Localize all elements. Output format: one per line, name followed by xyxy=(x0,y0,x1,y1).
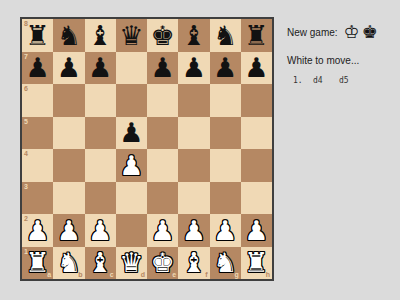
square-b1[interactable]: b♞ xyxy=(53,247,84,280)
square-h8[interactable]: ♜ xyxy=(241,19,272,52)
square-d5[interactable]: ♟ xyxy=(116,117,147,150)
square-f6[interactable] xyxy=(178,84,209,117)
square-a5[interactable]: 5 xyxy=(22,117,53,150)
piece-white-pawn[interactable]: ♟ xyxy=(119,152,143,179)
square-h2[interactable]: ♟ xyxy=(241,214,272,247)
square-a6[interactable]: 6 xyxy=(22,84,53,117)
piece-black-pawn[interactable]: ♟ xyxy=(213,54,237,81)
square-e2[interactable]: ♟ xyxy=(147,214,178,247)
square-e3[interactable] xyxy=(147,182,178,215)
file-label-f: f xyxy=(205,271,207,278)
square-c7[interactable]: ♟ xyxy=(85,52,116,85)
rank-label-1: 1 xyxy=(24,248,28,255)
square-f4[interactable] xyxy=(178,149,209,182)
piece-black-rook[interactable]: ♜ xyxy=(26,22,50,49)
rank-label-8: 8 xyxy=(24,20,28,27)
king-icons: ♔♚ xyxy=(344,23,380,41)
square-e6[interactable] xyxy=(147,84,178,117)
piece-white-pawn[interactable]: ♟ xyxy=(26,217,50,244)
piece-white-pawn[interactable]: ♟ xyxy=(244,217,268,244)
square-a1[interactable]: 1a♜ xyxy=(22,247,53,280)
status-text: White to move... xyxy=(287,55,380,66)
piece-black-queen[interactable]: ♛ xyxy=(119,22,143,49)
piece-black-knight[interactable]: ♞ xyxy=(57,22,81,49)
piece-white-pawn[interactable]: ♟ xyxy=(57,217,81,244)
file-label-d: d xyxy=(141,271,145,278)
square-d1[interactable]: d♛ xyxy=(116,247,147,280)
square-d2[interactable] xyxy=(116,214,147,247)
square-a7[interactable]: 7♟ xyxy=(22,52,53,85)
file-label-a: a xyxy=(47,271,51,278)
piece-white-pawn[interactable]: ♟ xyxy=(213,217,237,244)
square-g7[interactable]: ♟ xyxy=(210,52,241,85)
square-g2[interactable]: ♟ xyxy=(210,214,241,247)
square-d6[interactable] xyxy=(116,84,147,117)
move-list: 1.d4d5 xyxy=(287,75,380,87)
file-label-e: e xyxy=(172,271,176,278)
piece-black-pawn[interactable]: ♟ xyxy=(88,54,112,81)
piece-black-pawn[interactable]: ♟ xyxy=(244,54,268,81)
square-f8[interactable]: ♝ xyxy=(178,19,209,52)
rank-label-2: 2 xyxy=(24,215,28,222)
piece-black-bishop[interactable]: ♝ xyxy=(182,22,206,49)
rank-label-7: 7 xyxy=(24,53,28,60)
move-white[interactable]: d4 xyxy=(313,75,339,87)
black-king-icon: ♚ xyxy=(362,21,380,42)
square-g1[interactable]: g♞ xyxy=(210,247,241,280)
square-e1[interactable]: e♚ xyxy=(147,247,178,280)
square-b3[interactable] xyxy=(53,182,84,215)
square-h4[interactable] xyxy=(241,149,272,182)
piece-white-bishop[interactable]: ♝ xyxy=(88,249,112,276)
file-label-b: b xyxy=(78,271,82,278)
square-c3[interactable] xyxy=(85,182,116,215)
square-h5[interactable] xyxy=(241,117,272,150)
square-e7[interactable]: ♟ xyxy=(147,52,178,85)
square-h6[interactable] xyxy=(241,84,272,117)
move-row-1: 1.d4d5 xyxy=(287,75,380,87)
square-d8[interactable]: ♛ xyxy=(116,19,147,52)
piece-black-king[interactable]: ♚ xyxy=(151,22,175,49)
square-f1[interactable]: f♝ xyxy=(178,247,209,280)
square-b4[interactable] xyxy=(53,149,84,182)
rank-label-4: 4 xyxy=(24,150,28,157)
square-d7[interactable] xyxy=(116,52,147,85)
piece-white-pawn[interactable]: ♟ xyxy=(88,217,112,244)
square-e8[interactable]: ♚ xyxy=(147,19,178,52)
piece-black-rook[interactable]: ♜ xyxy=(244,22,268,49)
move-number: 1. xyxy=(287,75,313,87)
new-game-label: New game: xyxy=(287,27,338,38)
square-a4[interactable]: 4 xyxy=(22,149,53,182)
piece-black-pawn[interactable]: ♟ xyxy=(57,54,81,81)
rank-label-5: 5 xyxy=(24,118,28,125)
square-c1[interactable]: c♝ xyxy=(85,247,116,280)
file-label-h: h xyxy=(266,271,270,278)
square-b8[interactable]: ♞ xyxy=(53,19,84,52)
square-c5[interactable] xyxy=(85,117,116,150)
piece-black-knight[interactable]: ♞ xyxy=(213,22,237,49)
piece-black-pawn[interactable]: ♟ xyxy=(182,54,206,81)
white-king-icon: ♔ xyxy=(344,21,362,42)
square-b7[interactable]: ♟ xyxy=(53,52,84,85)
square-c4[interactable] xyxy=(85,149,116,182)
piece-black-pawn[interactable]: ♟ xyxy=(26,54,50,81)
chess-board: 8♜♞♝♛♚♝♞♜7♟♟♟♟♟♟♟65♟4♟32♟♟♟♟♟♟♟1a♜b♞c♝d♛… xyxy=(20,17,274,281)
square-c6[interactable] xyxy=(85,84,116,117)
square-f3[interactable] xyxy=(178,182,209,215)
piece-white-pawn[interactable]: ♟ xyxy=(151,217,175,244)
piece-white-rook[interactable]: ♜ xyxy=(26,249,50,276)
square-e5[interactable] xyxy=(147,117,178,150)
piece-black-pawn[interactable]: ♟ xyxy=(119,119,143,146)
sidebar: New game: ♔♚ White to move... 1.d4d5 xyxy=(287,22,380,87)
piece-white-king[interactable]: ♚ xyxy=(151,249,175,276)
square-c2[interactable]: ♟ xyxy=(85,214,116,247)
new-game-row: New game: ♔♚ xyxy=(287,22,380,42)
square-g8[interactable]: ♞ xyxy=(210,19,241,52)
file-label-g: g xyxy=(234,271,238,278)
square-b5[interactable] xyxy=(53,117,84,150)
square-h3[interactable] xyxy=(241,182,272,215)
square-h7[interactable]: ♟ xyxy=(241,52,272,85)
square-h1[interactable]: h♜ xyxy=(241,247,272,280)
piece-black-bishop[interactable]: ♝ xyxy=(88,22,112,49)
square-g5[interactable] xyxy=(210,117,241,150)
piece-white-bishop[interactable]: ♝ xyxy=(182,249,206,276)
file-label-c: c xyxy=(110,271,114,278)
square-b6[interactable] xyxy=(53,84,84,117)
piece-black-pawn[interactable]: ♟ xyxy=(151,54,175,81)
square-a3[interactable]: 3 xyxy=(22,182,53,215)
piece-white-pawn[interactable]: ♟ xyxy=(182,217,206,244)
square-d3[interactable] xyxy=(116,182,147,215)
square-a2[interactable]: 2♟ xyxy=(22,214,53,247)
square-b2[interactable]: ♟ xyxy=(53,214,84,247)
square-g4[interactable] xyxy=(210,149,241,182)
square-f7[interactable]: ♟ xyxy=(178,52,209,85)
square-d4[interactable]: ♟ xyxy=(116,149,147,182)
square-g3[interactable] xyxy=(210,182,241,215)
square-e4[interactable] xyxy=(147,149,178,182)
square-c8[interactable]: ♝ xyxy=(85,19,116,52)
square-a8[interactable]: 8♜ xyxy=(22,19,53,52)
square-g6[interactable] xyxy=(210,84,241,117)
rank-label-6: 6 xyxy=(24,85,28,92)
move-black[interactable]: d5 xyxy=(339,75,365,87)
square-f2[interactable]: ♟ xyxy=(178,214,209,247)
square-f5[interactable] xyxy=(178,117,209,150)
rank-label-3: 3 xyxy=(24,183,28,190)
